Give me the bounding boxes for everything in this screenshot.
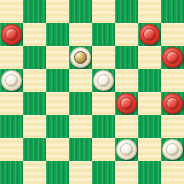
square-r7c4[interactable] bbox=[92, 161, 115, 184]
square-r4c5[interactable] bbox=[115, 92, 138, 115]
square-r0c2 bbox=[46, 0, 69, 23]
square-r4c4 bbox=[92, 92, 115, 115]
square-r4c3[interactable] bbox=[69, 92, 92, 115]
square-r3c2[interactable] bbox=[46, 69, 69, 92]
square-r5c7 bbox=[161, 115, 184, 138]
square-r2c7[interactable] bbox=[161, 46, 184, 69]
square-r3c4[interactable] bbox=[92, 69, 115, 92]
square-r7c1 bbox=[23, 161, 46, 184]
square-r1c6[interactable] bbox=[138, 23, 161, 46]
square-r1c0[interactable] bbox=[0, 23, 23, 46]
square-r5c1 bbox=[23, 115, 46, 138]
square-r6c0 bbox=[0, 138, 23, 161]
square-r2c0 bbox=[0, 46, 23, 69]
square-r5c3 bbox=[69, 115, 92, 138]
square-r4c2 bbox=[46, 92, 69, 115]
square-r4c6 bbox=[138, 92, 161, 115]
square-r1c4[interactable] bbox=[92, 23, 115, 46]
square-r3c5 bbox=[115, 69, 138, 92]
square-r0c4 bbox=[92, 0, 115, 23]
square-r6c2 bbox=[46, 138, 69, 161]
square-r0c7[interactable] bbox=[161, 0, 184, 23]
white-man[interactable] bbox=[93, 70, 114, 91]
square-r3c0[interactable] bbox=[0, 69, 23, 92]
square-r5c5 bbox=[115, 115, 138, 138]
square-r2c2 bbox=[46, 46, 69, 69]
square-r7c7 bbox=[161, 161, 184, 184]
white-man[interactable] bbox=[162, 139, 183, 160]
square-r3c6[interactable] bbox=[138, 69, 161, 92]
square-r7c0[interactable] bbox=[0, 161, 23, 184]
square-r5c0[interactable] bbox=[0, 115, 23, 138]
checkers-board bbox=[0, 0, 184, 184]
square-r7c5 bbox=[115, 161, 138, 184]
square-r4c0 bbox=[0, 92, 23, 115]
white-king[interactable] bbox=[70, 47, 91, 68]
square-r2c5[interactable] bbox=[115, 46, 138, 69]
square-r6c3[interactable] bbox=[69, 138, 92, 161]
square-r5c2[interactable] bbox=[46, 115, 69, 138]
square-r3c7 bbox=[161, 69, 184, 92]
square-r1c7 bbox=[161, 23, 184, 46]
square-r6c6 bbox=[138, 138, 161, 161]
white-man[interactable] bbox=[1, 70, 22, 91]
square-r2c4 bbox=[92, 46, 115, 69]
square-r2c3[interactable] bbox=[69, 46, 92, 69]
square-r1c1 bbox=[23, 23, 46, 46]
red-man[interactable] bbox=[1, 24, 22, 45]
square-r5c4[interactable] bbox=[92, 115, 115, 138]
square-r0c3[interactable] bbox=[69, 0, 92, 23]
square-r6c7[interactable] bbox=[161, 138, 184, 161]
square-r1c2[interactable] bbox=[46, 23, 69, 46]
square-r5c6[interactable] bbox=[138, 115, 161, 138]
white-man[interactable] bbox=[116, 139, 137, 160]
square-r6c5[interactable] bbox=[115, 138, 138, 161]
square-r0c5[interactable] bbox=[115, 0, 138, 23]
square-r2c6 bbox=[138, 46, 161, 69]
square-r6c1[interactable] bbox=[23, 138, 46, 161]
square-r7c3 bbox=[69, 161, 92, 184]
square-r3c3 bbox=[69, 69, 92, 92]
red-man[interactable] bbox=[116, 93, 137, 114]
square-r0c6 bbox=[138, 0, 161, 23]
square-r1c5 bbox=[115, 23, 138, 46]
square-r0c0 bbox=[0, 0, 23, 23]
red-man[interactable] bbox=[162, 47, 183, 68]
square-r7c2[interactable] bbox=[46, 161, 69, 184]
square-r4c7[interactable] bbox=[161, 92, 184, 115]
square-r4c1[interactable] bbox=[23, 92, 46, 115]
square-r6c4 bbox=[92, 138, 115, 161]
square-r2c1[interactable] bbox=[23, 46, 46, 69]
square-r3c1 bbox=[23, 69, 46, 92]
red-man[interactable] bbox=[162, 93, 183, 114]
square-r7c6[interactable] bbox=[138, 161, 161, 184]
square-r0c1[interactable] bbox=[23, 0, 46, 23]
red-man[interactable] bbox=[139, 24, 160, 45]
square-r1c3 bbox=[69, 23, 92, 46]
